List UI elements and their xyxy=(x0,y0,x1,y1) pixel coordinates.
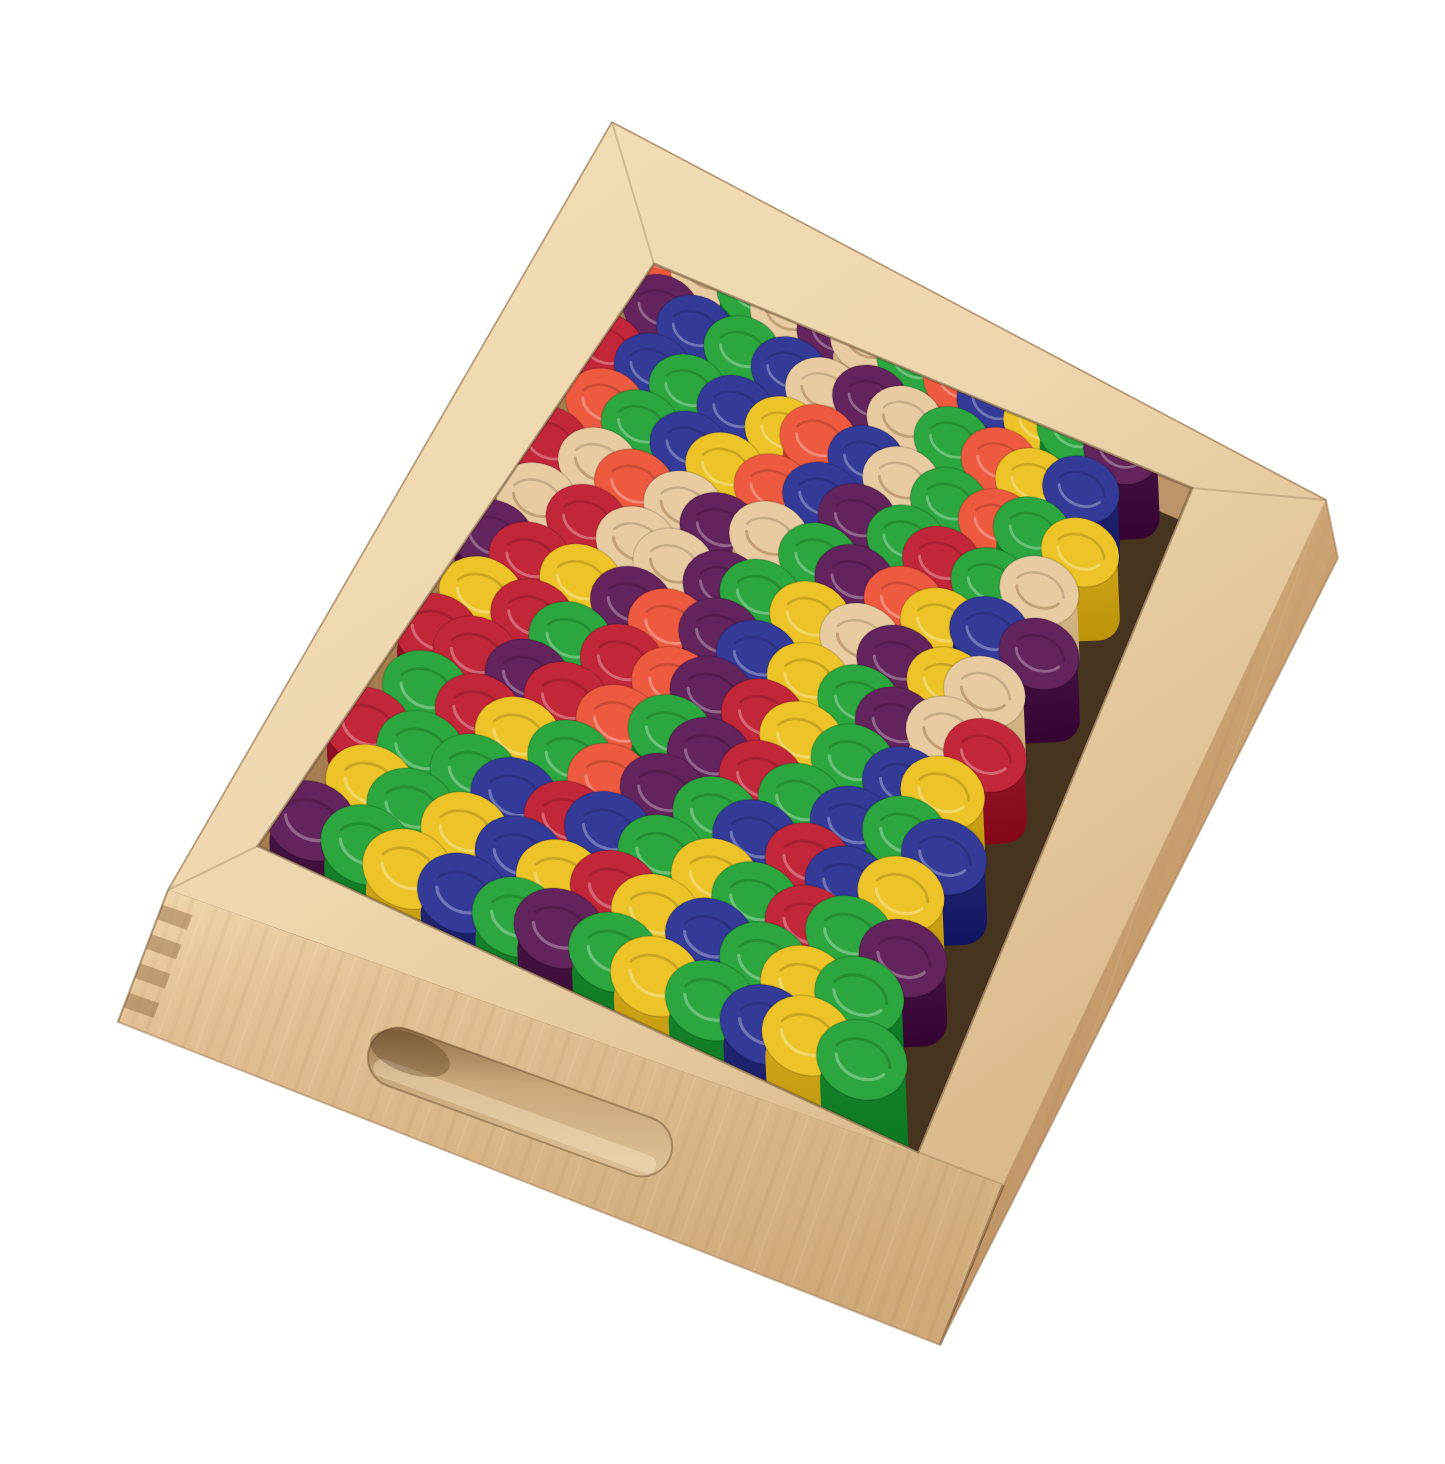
photo-stage xyxy=(0,0,1445,1464)
wooden-box-of-colored-cylinders xyxy=(0,0,1445,1464)
